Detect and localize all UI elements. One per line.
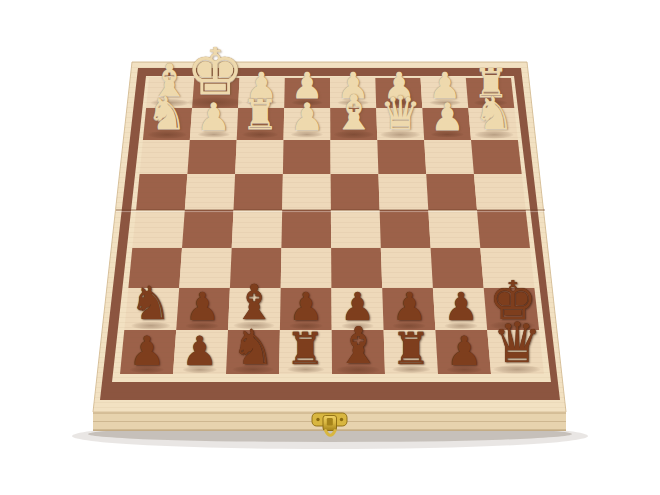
chess-product-photo: ♝♚♟♟♟♟♟♜♞♟♜♟♝♛♟♞♞♟♝♟♟♟♟♚♟♟♞♜♝♜♟♛	[0, 0, 660, 495]
chess-board	[0, 0, 660, 495]
board-svg	[0, 0, 660, 495]
